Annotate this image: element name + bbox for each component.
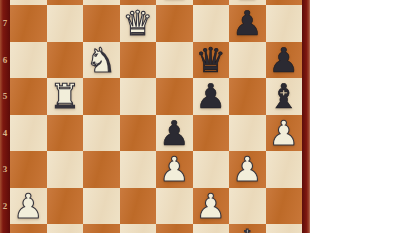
square-e6[interactable] bbox=[156, 42, 193, 79]
square-e4[interactable]: ♟ bbox=[156, 115, 193, 152]
piece-white-pawn-f2[interactable]: ♟ bbox=[196, 188, 226, 225]
rank-label-3: 3 bbox=[0, 151, 10, 188]
piece-white-pawn-g3[interactable]: ♟ bbox=[232, 151, 262, 188]
square-g3[interactable]: ♟ bbox=[229, 151, 266, 188]
square-f2[interactable]: ♟ bbox=[193, 188, 230, 225]
square-h4[interactable]: ♟ bbox=[266, 115, 303, 152]
piece-white-pawn-h4[interactable]: ♟ bbox=[269, 115, 299, 152]
square-c4[interactable] bbox=[83, 115, 120, 152]
rank-label-2: 2 bbox=[0, 188, 10, 225]
square-d7[interactable]: ♛ bbox=[120, 5, 157, 42]
square-a2[interactable]: ♟ bbox=[10, 188, 47, 225]
square-e2[interactable] bbox=[156, 188, 193, 225]
square-f7[interactable] bbox=[193, 5, 230, 42]
square-h6[interactable]: ♟ bbox=[266, 42, 303, 79]
square-e7[interactable] bbox=[156, 5, 193, 42]
rank-label-5: 5 bbox=[0, 78, 10, 115]
square-h2[interactable] bbox=[266, 188, 303, 225]
rank-label-7: 7 bbox=[0, 5, 10, 42]
rank-label-6: 6 bbox=[0, 42, 10, 79]
piece-white-knight-c6[interactable]: ♞ bbox=[86, 42, 116, 79]
square-b3[interactable] bbox=[47, 151, 84, 188]
square-d4[interactable] bbox=[120, 115, 157, 152]
square-b4[interactable] bbox=[47, 115, 84, 152]
square-e3[interactable]: ♟ bbox=[156, 151, 193, 188]
square-f4[interactable] bbox=[193, 115, 230, 152]
square-a5[interactable] bbox=[10, 78, 47, 115]
square-f3[interactable] bbox=[193, 151, 230, 188]
square-h7[interactable] bbox=[266, 5, 303, 42]
square-a6[interactable] bbox=[10, 42, 47, 79]
piece-black-pawn-g7[interactable]: ♟ bbox=[232, 5, 262, 42]
square-g1[interactable]: ♚ bbox=[229, 224, 266, 233]
square-g4[interactable] bbox=[229, 115, 266, 152]
piece-black-queen-f6[interactable]: ♛ bbox=[196, 42, 226, 79]
square-b6[interactable] bbox=[47, 42, 84, 79]
piece-black-pawn-e4[interactable]: ♟ bbox=[159, 115, 189, 152]
square-d5[interactable] bbox=[120, 78, 157, 115]
chess-board-screenshot: ♜♚♛♟♞♛♟♜♟♝♟♟♟♟♟♟♚ 87654321 bbox=[0, 0, 414, 233]
square-c6[interactable]: ♞ bbox=[83, 42, 120, 79]
square-h3[interactable] bbox=[266, 151, 303, 188]
piece-black-rook-e8[interactable]: ♜ bbox=[159, 0, 189, 5]
square-e5[interactable] bbox=[156, 78, 193, 115]
square-g6[interactable] bbox=[229, 42, 266, 79]
piece-black-pawn-h6[interactable]: ♟ bbox=[269, 42, 299, 79]
square-d1[interactable] bbox=[120, 224, 157, 233]
square-b7[interactable] bbox=[47, 5, 84, 42]
square-g7[interactable]: ♟ bbox=[229, 5, 266, 42]
square-a4[interactable] bbox=[10, 115, 47, 152]
piece-white-pawn-a2[interactable]: ♟ bbox=[13, 188, 43, 225]
piece-black-bishop-h5[interactable]: ♝ bbox=[269, 78, 299, 115]
square-b2[interactable] bbox=[47, 188, 84, 225]
piece-white-rook-b5[interactable]: ♜ bbox=[50, 78, 80, 115]
square-f6[interactable]: ♛ bbox=[193, 42, 230, 79]
square-c1[interactable] bbox=[83, 224, 120, 233]
square-c7[interactable] bbox=[83, 5, 120, 42]
square-d2[interactable] bbox=[120, 188, 157, 225]
square-b5[interactable]: ♜ bbox=[47, 78, 84, 115]
piece-black-pawn-f5[interactable]: ♟ bbox=[196, 78, 226, 115]
square-g5[interactable] bbox=[229, 78, 266, 115]
square-d6[interactable] bbox=[120, 42, 157, 79]
square-h5[interactable]: ♝ bbox=[266, 78, 303, 115]
square-e8[interactable]: ♜ bbox=[156, 0, 193, 5]
square-a3[interactable] bbox=[10, 151, 47, 188]
piece-white-pawn-e3[interactable]: ♟ bbox=[159, 151, 189, 188]
piece-white-king-g1[interactable]: ♚ bbox=[232, 224, 262, 233]
rank-label-4: 4 bbox=[0, 115, 10, 152]
piece-white-queen-d7[interactable]: ♛ bbox=[123, 5, 153, 42]
square-c5[interactable] bbox=[83, 78, 120, 115]
square-c3[interactable] bbox=[83, 151, 120, 188]
square-c2[interactable] bbox=[83, 188, 120, 225]
square-a7[interactable] bbox=[10, 5, 47, 42]
square-d3[interactable] bbox=[120, 151, 157, 188]
square-b1[interactable] bbox=[47, 224, 84, 233]
board-frame-right bbox=[302, 0, 310, 233]
square-g2[interactable] bbox=[229, 188, 266, 225]
square-e1[interactable] bbox=[156, 224, 193, 233]
chess-board: ♜♚♛♟♞♛♟♜♟♝♟♟♟♟♟♟♚ bbox=[10, 0, 302, 233]
square-h1[interactable] bbox=[266, 224, 303, 233]
board-frame-left: 87654321 bbox=[0, 0, 10, 233]
square-f5[interactable]: ♟ bbox=[193, 78, 230, 115]
rank-label-1: 1 bbox=[0, 224, 10, 233]
